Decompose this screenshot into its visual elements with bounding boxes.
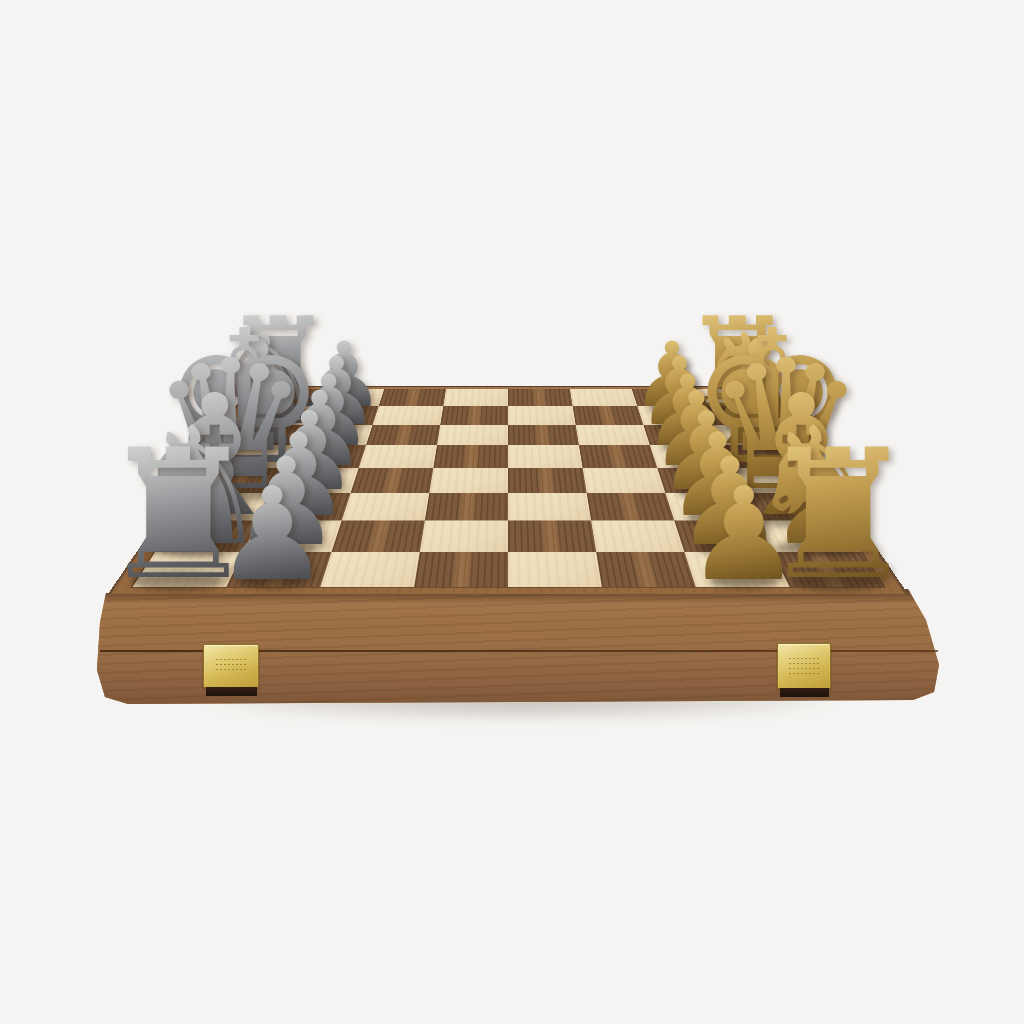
brass-clasp-left bbox=[203, 644, 259, 688]
square-r0-c4[interactable] bbox=[508, 389, 573, 406]
square-r7-c4[interactable] bbox=[508, 552, 602, 587]
square-r6-c3[interactable] bbox=[420, 520, 508, 551]
square-r1-c4[interactable] bbox=[508, 406, 576, 425]
clasp-engraving bbox=[215, 657, 247, 675]
square-r7-c3[interactable] bbox=[414, 552, 508, 587]
square-r0-c2[interactable] bbox=[379, 389, 446, 406]
square-r2-c4[interactable] bbox=[508, 425, 579, 445]
square-r2-c3[interactable] bbox=[437, 425, 508, 445]
square-r4-c3[interactable] bbox=[429, 468, 508, 493]
brass-clasp-right bbox=[777, 643, 831, 689]
silver-pawn-glyph: ♟ bbox=[215, 469, 331, 598]
square-r5-c4[interactable] bbox=[508, 493, 591, 521]
square-r0-c3[interactable] bbox=[443, 389, 508, 406]
square-r6-c4[interactable] bbox=[508, 520, 596, 551]
square-r3-c3[interactable] bbox=[433, 445, 508, 468]
square-r5-c3[interactable] bbox=[425, 493, 508, 521]
square-r3-c4[interactable] bbox=[508, 445, 583, 468]
clasp-engraving bbox=[788, 656, 819, 674]
product-photo-stage: ♜♟♟♜♞♟♟♞♝♟♟♝♚♟♟♚♛♟♟♛♝♟♟♝♞♟♟♞♜♟♟♜ bbox=[0, 0, 1024, 1024]
square-r4-c4[interactable] bbox=[508, 468, 587, 493]
square-r1-c3[interactable] bbox=[440, 406, 508, 425]
brass-rook-glyph: ♜ bbox=[758, 426, 918, 605]
square-r0-c5[interactable] bbox=[570, 389, 637, 406]
